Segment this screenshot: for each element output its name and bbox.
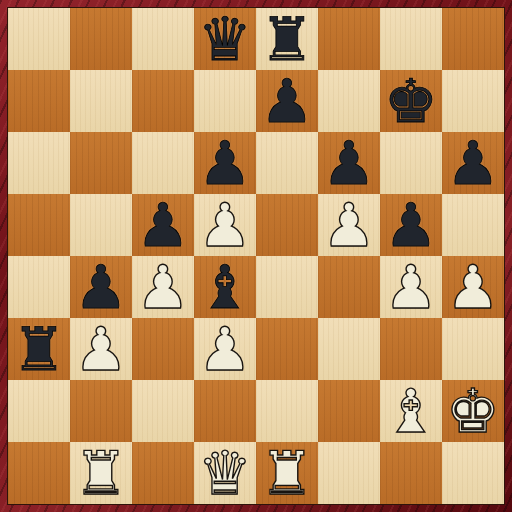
- square-a2[interactable]: [8, 380, 70, 442]
- white-rook[interactable]: ♜: [260, 443, 314, 503]
- square-g7[interactable]: ♚: [380, 70, 442, 132]
- square-e3[interactable]: [256, 318, 318, 380]
- black-rook[interactable]: ♜: [260, 9, 314, 69]
- square-h4[interactable]: ♟: [442, 256, 504, 318]
- black-pawn[interactable]: ♟: [136, 195, 190, 255]
- square-f3[interactable]: [318, 318, 380, 380]
- square-c4[interactable]: ♟: [132, 256, 194, 318]
- square-e2[interactable]: [256, 380, 318, 442]
- square-f8[interactable]: [318, 8, 380, 70]
- square-f1[interactable]: [318, 442, 380, 504]
- square-d3[interactable]: ♟: [194, 318, 256, 380]
- square-a5[interactable]: [8, 194, 70, 256]
- square-b8[interactable]: [70, 8, 132, 70]
- black-pawn[interactable]: ♟: [74, 257, 128, 317]
- square-c8[interactable]: [132, 8, 194, 70]
- square-g5[interactable]: ♟: [380, 194, 442, 256]
- square-g2[interactable]: ♝: [380, 380, 442, 442]
- square-a4[interactable]: [8, 256, 70, 318]
- square-f6[interactable]: ♟: [318, 132, 380, 194]
- square-a7[interactable]: [8, 70, 70, 132]
- square-b2[interactable]: [70, 380, 132, 442]
- square-e8[interactable]: ♜: [256, 8, 318, 70]
- white-pawn[interactable]: ♟: [198, 319, 252, 379]
- square-b1[interactable]: ♜: [70, 442, 132, 504]
- square-d6[interactable]: ♟: [194, 132, 256, 194]
- square-h3[interactable]: [442, 318, 504, 380]
- board-frame: ♛♜♟♚♟♟♟♟♟♟♟♟♟♝♟♟♜♟♟♝♚♜♛♜: [0, 0, 512, 512]
- square-d5[interactable]: ♟: [194, 194, 256, 256]
- square-e6[interactable]: [256, 132, 318, 194]
- black-queen[interactable]: ♛: [198, 9, 252, 69]
- black-bishop[interactable]: ♝: [198, 257, 252, 317]
- black-pawn[interactable]: ♟: [260, 71, 314, 131]
- square-d4[interactable]: ♝: [194, 256, 256, 318]
- white-pawn[interactable]: ♟: [446, 257, 500, 317]
- white-pawn[interactable]: ♟: [136, 257, 190, 317]
- square-d2[interactable]: [194, 380, 256, 442]
- square-e4[interactable]: [256, 256, 318, 318]
- square-h8[interactable]: [442, 8, 504, 70]
- square-a8[interactable]: [8, 8, 70, 70]
- white-pawn[interactable]: ♟: [322, 195, 376, 255]
- square-c1[interactable]: [132, 442, 194, 504]
- square-h6[interactable]: ♟: [442, 132, 504, 194]
- square-e5[interactable]: [256, 194, 318, 256]
- square-c7[interactable]: [132, 70, 194, 132]
- square-b5[interactable]: [70, 194, 132, 256]
- square-h7[interactable]: [442, 70, 504, 132]
- square-b4[interactable]: ♟: [70, 256, 132, 318]
- square-b7[interactable]: [70, 70, 132, 132]
- square-d7[interactable]: [194, 70, 256, 132]
- square-g4[interactable]: ♟: [380, 256, 442, 318]
- white-rook[interactable]: ♜: [74, 443, 128, 503]
- square-g3[interactable]: [380, 318, 442, 380]
- square-f7[interactable]: [318, 70, 380, 132]
- square-d1[interactable]: ♛: [194, 442, 256, 504]
- square-c5[interactable]: ♟: [132, 194, 194, 256]
- square-a6[interactable]: [8, 132, 70, 194]
- square-f4[interactable]: [318, 256, 380, 318]
- black-pawn[interactable]: ♟: [384, 195, 438, 255]
- square-c6[interactable]: [132, 132, 194, 194]
- square-g1[interactable]: [380, 442, 442, 504]
- white-king[interactable]: ♚: [446, 381, 500, 441]
- square-b3[interactable]: ♟: [70, 318, 132, 380]
- square-c2[interactable]: [132, 380, 194, 442]
- square-a1[interactable]: [8, 442, 70, 504]
- black-king[interactable]: ♚: [384, 71, 438, 131]
- square-h2[interactable]: ♚: [442, 380, 504, 442]
- square-f2[interactable]: [318, 380, 380, 442]
- square-e7[interactable]: ♟: [256, 70, 318, 132]
- square-d8[interactable]: ♛: [194, 8, 256, 70]
- square-e1[interactable]: ♜: [256, 442, 318, 504]
- square-g8[interactable]: [380, 8, 442, 70]
- square-f5[interactable]: ♟: [318, 194, 380, 256]
- black-pawn[interactable]: ♟: [322, 133, 376, 193]
- square-h5[interactable]: [442, 194, 504, 256]
- white-bishop[interactable]: ♝: [384, 381, 438, 441]
- square-a3[interactable]: ♜: [8, 318, 70, 380]
- white-pawn[interactable]: ♟: [198, 195, 252, 255]
- square-h1[interactable]: [442, 442, 504, 504]
- chess-board: ♛♜♟♚♟♟♟♟♟♟♟♟♟♝♟♟♜♟♟♝♚♜♛♜: [8, 8, 504, 504]
- white-pawn[interactable]: ♟: [384, 257, 438, 317]
- white-pawn[interactable]: ♟: [74, 319, 128, 379]
- square-b6[interactable]: [70, 132, 132, 194]
- white-queen[interactable]: ♛: [198, 443, 252, 503]
- square-c3[interactable]: [132, 318, 194, 380]
- square-g6[interactable]: [380, 132, 442, 194]
- black-pawn[interactable]: ♟: [446, 133, 500, 193]
- black-pawn[interactable]: ♟: [198, 133, 252, 193]
- black-rook[interactable]: ♜: [12, 319, 66, 379]
